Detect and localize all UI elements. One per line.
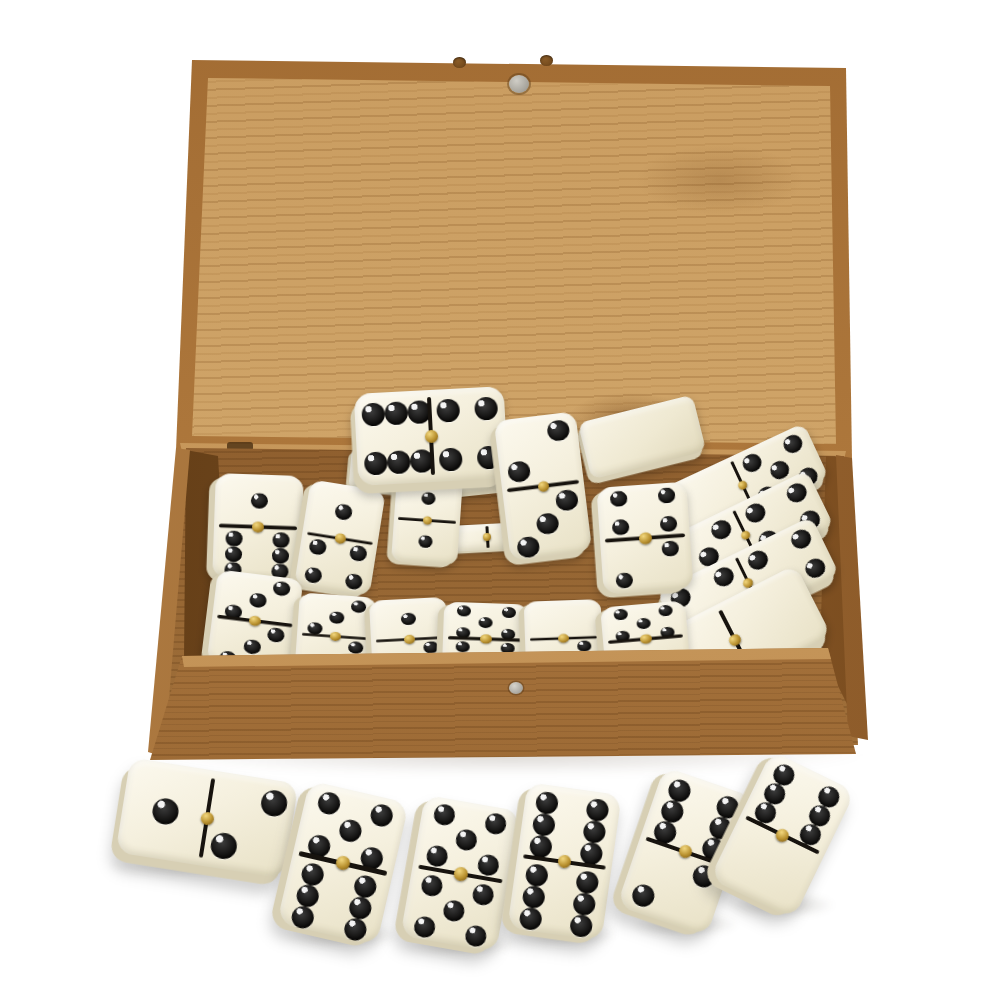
pip-icon <box>364 451 388 475</box>
pip-icon <box>479 617 493 628</box>
brass-spinner-pin <box>479 634 491 644</box>
brass-spinner-pin <box>558 633 569 642</box>
pip-icon <box>615 572 633 589</box>
pip-icon <box>348 545 367 563</box>
pip-icon <box>518 907 543 932</box>
pip-icon <box>248 592 267 608</box>
domino-half-2-pips <box>494 411 584 491</box>
pip-icon <box>474 396 498 420</box>
pip-icon <box>401 612 417 625</box>
pip-icon <box>413 915 437 939</box>
brass-spinner-pin <box>404 634 415 644</box>
brass-spinner-pin <box>537 480 549 492</box>
pip-icon <box>575 870 600 895</box>
pip-icon <box>438 447 462 471</box>
pip-icon <box>260 788 290 818</box>
pip-icon <box>745 547 771 573</box>
pip-icon <box>420 874 444 898</box>
pip-icon <box>272 548 290 564</box>
domino-face <box>494 411 593 561</box>
domino-face <box>212 473 304 581</box>
pip-icon <box>457 605 471 616</box>
pip-icon <box>342 916 368 942</box>
pip-icon <box>611 519 629 536</box>
pip-icon <box>304 566 323 584</box>
brass-spinner-pin <box>330 631 342 641</box>
pip-icon <box>150 796 180 826</box>
pip-icon <box>661 541 679 558</box>
pip-icon <box>525 863 550 888</box>
pip-icon <box>425 844 449 868</box>
pip-icon <box>787 526 813 552</box>
pip-icon <box>335 503 354 521</box>
domino-5-6[interactable] <box>277 780 409 945</box>
pip-icon <box>742 500 768 526</box>
pip-icon <box>347 641 363 654</box>
pip-icon <box>347 894 373 920</box>
pip-icon <box>273 581 292 597</box>
pip-icon <box>708 516 734 542</box>
pip-icon <box>521 885 546 910</box>
domino-6-4[interactable] <box>354 386 509 486</box>
pip-icon <box>225 531 243 547</box>
pip-icon <box>710 564 736 590</box>
pip-icon <box>386 450 410 474</box>
domino-1-2[interactable] <box>116 757 299 878</box>
pip-icon <box>436 398 460 422</box>
pip-icon <box>536 512 560 535</box>
pip-icon <box>657 487 675 504</box>
pip-icon <box>637 617 652 629</box>
pip-icon <box>464 924 488 948</box>
domino-half-3-pips <box>502 481 592 561</box>
pip-icon <box>243 638 262 654</box>
domino-2-3[interactable] <box>494 411 593 561</box>
brass-spinner-pin <box>638 532 652 545</box>
pip-icon <box>289 904 315 930</box>
pip-icon <box>272 532 290 548</box>
domino-face <box>354 386 509 486</box>
pip-icon <box>250 493 268 509</box>
pip-icon <box>740 451 765 475</box>
domino-half-6-pips <box>354 390 434 486</box>
pip-icon <box>308 538 327 556</box>
pip-icon <box>783 480 809 506</box>
brass-spinner-pin <box>483 533 491 541</box>
pip-icon <box>476 853 500 877</box>
pip-icon <box>344 572 363 590</box>
pip-icon <box>369 802 395 828</box>
pip-icon <box>546 419 570 442</box>
pip-icon <box>267 627 286 643</box>
pip-icon <box>316 790 342 816</box>
pip-icon <box>569 914 594 939</box>
pip-icon <box>361 402 385 426</box>
lid-dimple-icon <box>540 55 553 66</box>
pip-icon <box>516 535 540 558</box>
brass-spinner-pin <box>424 429 438 443</box>
pip-icon <box>585 797 610 822</box>
domino-1-6[interactable] <box>212 473 304 581</box>
pip-icon <box>613 609 628 621</box>
pip-icon <box>659 515 677 532</box>
domino-6-0[interactable] <box>710 751 856 919</box>
pip-icon <box>507 460 531 483</box>
pip-icon <box>535 790 560 815</box>
pip-icon <box>350 600 366 613</box>
pip-icon <box>555 488 579 511</box>
pip-icon <box>384 401 408 425</box>
domino-half-1-pips <box>214 473 304 528</box>
dominoes-product-photo <box>0 0 1000 1000</box>
pip-icon <box>421 492 436 506</box>
pip-icon <box>532 812 557 837</box>
pip-icon <box>294 882 320 908</box>
pip-icon <box>432 803 456 827</box>
pip-icon <box>582 819 607 844</box>
pip-icon <box>329 611 345 624</box>
pip-icon <box>802 556 828 582</box>
brass-spinner-pin <box>422 516 432 525</box>
lid-dimple-icon <box>453 57 466 68</box>
pip-icon <box>471 882 495 906</box>
pip-icon <box>609 491 627 508</box>
domino-5-5[interactable] <box>400 795 520 953</box>
pip-icon <box>352 873 378 899</box>
domino-half-1-pips <box>391 518 460 566</box>
pip-icon <box>225 546 243 562</box>
domino-face <box>507 782 622 941</box>
pip-icon <box>299 861 325 887</box>
pip-icon <box>442 899 466 923</box>
pip-icon <box>502 607 516 618</box>
pip-icon <box>209 831 239 861</box>
pip-icon <box>418 535 433 549</box>
pip-icon <box>629 882 657 910</box>
pip-icon <box>658 605 673 617</box>
front-magnet-disc <box>509 682 523 694</box>
lid-magnet-disc <box>509 75 529 93</box>
domino-face <box>596 482 693 595</box>
pip-icon <box>572 892 597 917</box>
pip-icon <box>454 828 478 852</box>
pip-icon <box>577 640 591 652</box>
pip-icon <box>483 812 507 836</box>
pip-icon <box>455 641 469 652</box>
domino-6-6[interactable] <box>507 782 622 941</box>
pip-icon <box>781 432 806 456</box>
pip-icon <box>337 817 363 843</box>
domino-4-2[interactable] <box>596 482 693 595</box>
